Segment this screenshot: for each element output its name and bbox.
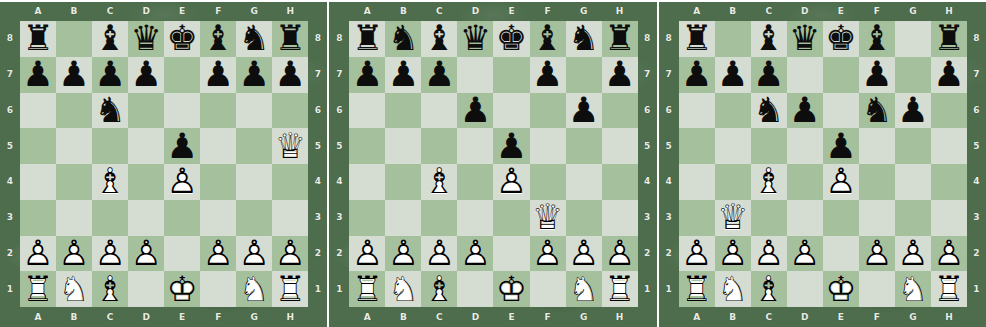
black-piece-glyph: ♛ — [789, 21, 820, 56]
square-b6[interactable] — [715, 93, 751, 129]
file-label-e-top: E — [823, 2, 859, 21]
square-e6[interactable] — [164, 93, 200, 129]
white-pawn-piece: ♟♙ — [94, 236, 125, 271]
square-b1[interactable]: ♞♘ — [715, 271, 751, 307]
square-d7[interactable] — [457, 57, 493, 93]
black-pawn-piece: ♟ — [825, 129, 856, 164]
square-f2[interactable]: ♟♙ — [200, 236, 236, 272]
file-label-f-bottom: F — [859, 307, 895, 327]
square-d5[interactable] — [128, 128, 164, 164]
square-g8[interactable]: ♞ — [566, 21, 602, 57]
square-g6[interactable]: ♟ — [895, 93, 931, 129]
square-f7[interactable]: ♟ — [859, 57, 895, 93]
board-1: ABCDEFGH8♜♝♛♚♝♞♜87♟♟♟♟♟♟♟76♞65♟♛♕54♝♗♟♙4… — [0, 2, 327, 327]
square-d2[interactable]: ♟♙ — [128, 236, 164, 272]
square-c6[interactable]: ♞ — [92, 93, 128, 129]
square-f8[interactable]: ♝ — [200, 21, 236, 57]
square-g4[interactable] — [236, 164, 272, 200]
square-h5[interactable]: ♛♕ — [272, 128, 308, 164]
square-e8[interactable]: ♚ — [164, 21, 200, 57]
white-pawn-piece: ♟♙ — [130, 236, 161, 271]
black-knight-piece: ♞ — [753, 93, 784, 128]
square-e1[interactable]: ♚♔ — [493, 271, 529, 307]
square-f1[interactable] — [200, 271, 236, 307]
square-d8[interactable]: ♛ — [787, 21, 823, 57]
square-a6[interactable] — [349, 93, 385, 129]
white-pawn-piece: ♟♙ — [239, 236, 270, 271]
square-a1[interactable]: ♜♖ — [349, 271, 385, 307]
square-h8[interactable]: ♜ — [931, 21, 967, 57]
white-bishop-piece: ♝♗ — [424, 272, 455, 307]
square-f6[interactable]: ♞ — [859, 93, 895, 129]
rank-label-1-right: 1 — [967, 271, 986, 307]
square-g3[interactable] — [236, 200, 272, 236]
white-pawn-piece: ♟♙ — [275, 236, 306, 271]
square-e1[interactable]: ♚♔ — [823, 271, 859, 307]
square-a7[interactable]: ♟ — [349, 57, 385, 93]
rank-label-2-left: 2 — [329, 236, 349, 272]
square-h3[interactable] — [931, 200, 967, 236]
white-rook-piece: ♜♖ — [681, 272, 712, 307]
square-b4[interactable] — [385, 164, 421, 200]
square-f5[interactable] — [859, 128, 895, 164]
square-c5[interactable] — [751, 128, 787, 164]
black-knight-piece: ♞ — [239, 21, 270, 56]
file-label-d-top: D — [128, 2, 164, 21]
square-a6[interactable] — [20, 93, 56, 129]
square-e2[interactable] — [164, 236, 200, 272]
black-piece-glyph: ♚ — [825, 21, 856, 56]
square-b2[interactable]: ♟♙ — [56, 236, 92, 272]
square-g8[interactable]: ♞ — [236, 21, 272, 57]
white-rook-piece: ♜♖ — [352, 272, 383, 307]
square-c4[interactable]: ♝♗ — [92, 164, 128, 200]
square-e1[interactable]: ♚♔ — [164, 271, 200, 307]
square-g3[interactable] — [566, 200, 602, 236]
square-f7[interactable]: ♟ — [530, 57, 566, 93]
square-e5[interactable]: ♟ — [164, 128, 200, 164]
white-piece-outline-glyph: ♔ — [166, 272, 197, 307]
file-label-b-top: B — [56, 2, 92, 21]
square-c7[interactable]: ♟ — [751, 57, 787, 93]
square-a1[interactable]: ♜♖ — [679, 271, 715, 307]
square-h3[interactable] — [602, 200, 638, 236]
black-piece-glyph: ♟ — [568, 93, 599, 128]
square-b1[interactable]: ♞♘ — [56, 271, 92, 307]
rank-label-4-left: 4 — [0, 164, 20, 200]
square-e5[interactable]: ♟ — [823, 128, 859, 164]
square-d3[interactable] — [787, 200, 823, 236]
square-f4[interactable] — [530, 164, 566, 200]
frame-corner — [638, 307, 657, 327]
square-e2[interactable] — [493, 236, 529, 272]
square-b5[interactable] — [715, 128, 751, 164]
white-piece-outline-glyph: ♘ — [58, 272, 89, 307]
square-d1[interactable] — [787, 271, 823, 307]
file-label-d-bottom: D — [128, 307, 164, 327]
frame-corner — [967, 307, 986, 327]
square-h2[interactable]: ♟♙ — [931, 236, 967, 272]
black-piece-glyph: ♟ — [94, 57, 125, 92]
square-e6[interactable] — [823, 93, 859, 129]
black-piece-glyph: ♜ — [275, 21, 306, 56]
black-piece-glyph: ♟ — [789, 93, 820, 128]
square-b3[interactable]: ♛♕ — [715, 200, 751, 236]
white-king-piece: ♚♔ — [166, 272, 197, 307]
square-g1[interactable]: ♞♘ — [236, 271, 272, 307]
square-c7[interactable]: ♟ — [421, 57, 457, 93]
white-piece-outline-glyph: ♙ — [681, 236, 712, 271]
square-c3[interactable] — [421, 200, 457, 236]
square-d7[interactable]: ♟ — [128, 57, 164, 93]
square-d3[interactable] — [128, 200, 164, 236]
white-knight-piece: ♞♘ — [897, 272, 928, 307]
square-c1[interactable]: ♝♗ — [421, 271, 457, 307]
square-b5[interactable] — [385, 128, 421, 164]
square-f1[interactable] — [859, 271, 895, 307]
rank-label-7-right: 7 — [308, 57, 327, 93]
square-h1[interactable]: ♜♖ — [272, 271, 308, 307]
white-piece-outline-glyph: ♙ — [568, 236, 599, 271]
square-a2[interactable]: ♟♙ — [20, 236, 56, 272]
white-queen-piece: ♛♕ — [717, 200, 748, 235]
board-2: ABCDEFGH8♜♞♝♛♚♝♞♜87♟♟♟♟♟76♟♟65♟54♝♗♟♙43♛… — [329, 2, 656, 327]
square-g8[interactable] — [895, 21, 931, 57]
black-pawn-piece: ♟ — [239, 57, 270, 92]
rank-label-8-right: 8 — [638, 21, 657, 57]
rank-label-5-left: 5 — [659, 128, 679, 164]
square-g7[interactable] — [895, 57, 931, 93]
square-h4[interactable] — [602, 164, 638, 200]
rank-label-2-right: 2 — [308, 236, 327, 272]
square-h7[interactable]: ♟ — [602, 57, 638, 93]
square-a5[interactable] — [349, 128, 385, 164]
square-e7[interactable] — [823, 57, 859, 93]
square-e7[interactable] — [164, 57, 200, 93]
square-h5[interactable] — [931, 128, 967, 164]
file-label-a-top: A — [349, 2, 385, 21]
black-king-piece: ♚ — [496, 21, 527, 56]
square-b1[interactable]: ♞♘ — [385, 271, 421, 307]
square-h7[interactable]: ♟ — [272, 57, 308, 93]
square-g3[interactable] — [895, 200, 931, 236]
square-c6[interactable]: ♞ — [751, 93, 787, 129]
black-piece-glyph: ♟ — [861, 57, 892, 92]
square-a1[interactable]: ♜♖ — [20, 271, 56, 307]
square-a7[interactable]: ♟ — [679, 57, 715, 93]
white-piece-outline-glyph: ♙ — [789, 236, 820, 271]
square-a3[interactable] — [20, 200, 56, 236]
square-e3[interactable] — [164, 200, 200, 236]
square-g4[interactable] — [566, 164, 602, 200]
square-b6[interactable] — [385, 93, 421, 129]
square-f4[interactable] — [200, 164, 236, 200]
square-h8[interactable]: ♜ — [602, 21, 638, 57]
square-d4[interactable] — [128, 164, 164, 200]
square-f3[interactable]: ♛♕ — [530, 200, 566, 236]
white-piece-outline-glyph: ♖ — [681, 272, 712, 307]
square-b8[interactable] — [715, 21, 751, 57]
square-a5[interactable] — [20, 128, 56, 164]
square-h3[interactable] — [272, 200, 308, 236]
white-piece-outline-glyph: ♙ — [604, 236, 635, 271]
square-a7[interactable]: ♟ — [20, 57, 56, 93]
board-3: ABCDEFGH8♜♝♛♚♝♜87♟♟♟♟♟76♞♟♞♟65♟54♝♗♟♙43♛… — [659, 2, 986, 327]
square-b6[interactable] — [56, 93, 92, 129]
file-label-a-bottom: A — [20, 307, 56, 327]
black-piece-glyph: ♟ — [424, 57, 455, 92]
square-f5[interactable] — [530, 128, 566, 164]
white-piece-outline-glyph: ♙ — [130, 236, 161, 271]
square-e4[interactable]: ♟♙ — [493, 164, 529, 200]
white-pawn-piece: ♟♙ — [604, 236, 635, 271]
square-f4[interactable] — [859, 164, 895, 200]
square-f3[interactable] — [859, 200, 895, 236]
black-pawn-piece: ♟ — [681, 57, 712, 92]
square-d5[interactable] — [787, 128, 823, 164]
square-g2[interactable]: ♟♙ — [236, 236, 272, 272]
square-a4[interactable] — [349, 164, 385, 200]
square-h6[interactable] — [602, 93, 638, 129]
square-h6[interactable] — [272, 93, 308, 129]
white-pawn-piece: ♟♙ — [352, 236, 383, 271]
black-pawn-piece: ♟ — [352, 57, 383, 92]
square-b4[interactable] — [56, 164, 92, 200]
white-bishop-piece: ♝♗ — [753, 164, 784, 199]
square-f2[interactable]: ♟♙ — [530, 236, 566, 272]
white-piece-outline-glyph: ♙ — [275, 236, 306, 271]
square-g1[interactable]: ♞♘ — [566, 271, 602, 307]
black-piece-glyph: ♝ — [861, 21, 892, 56]
black-piece-glyph: ♞ — [388, 21, 419, 56]
white-pawn-piece: ♟♙ — [717, 236, 748, 271]
square-h4[interactable] — [931, 164, 967, 200]
white-pawn-piece: ♟♙ — [388, 236, 419, 271]
square-d8[interactable]: ♛ — [128, 21, 164, 57]
square-c2[interactable]: ♟♙ — [92, 236, 128, 272]
rank-label-6-left: 6 — [659, 93, 679, 129]
square-d8[interactable]: ♛ — [457, 21, 493, 57]
square-d1[interactable] — [128, 271, 164, 307]
white-piece-outline-glyph: ♙ — [352, 236, 383, 271]
square-b8[interactable] — [56, 21, 92, 57]
frame-corner — [659, 2, 679, 21]
square-c5[interactable] — [92, 128, 128, 164]
white-piece-outline-glyph: ♗ — [94, 272, 125, 307]
square-h2[interactable]: ♟♙ — [602, 236, 638, 272]
rank-label-2-left: 2 — [0, 236, 20, 272]
rank-label-8-left: 8 — [659, 21, 679, 57]
square-g2[interactable]: ♟♙ — [895, 236, 931, 272]
black-bishop-piece: ♝ — [532, 21, 563, 56]
square-d4[interactable] — [787, 164, 823, 200]
black-pawn-piece: ♟ — [166, 129, 197, 164]
rank-label-6-right: 6 — [308, 93, 327, 129]
black-piece-glyph: ♞ — [753, 93, 784, 128]
square-f6[interactable] — [530, 93, 566, 129]
white-piece-outline-glyph: ♙ — [424, 236, 455, 271]
square-f1[interactable] — [530, 271, 566, 307]
square-a2[interactable]: ♟♙ — [349, 236, 385, 272]
frame-corner — [329, 307, 349, 327]
square-h1[interactable]: ♜♖ — [931, 271, 967, 307]
square-h5[interactable] — [602, 128, 638, 164]
square-c8[interactable]: ♝ — [421, 21, 457, 57]
square-a3[interactable] — [679, 200, 715, 236]
square-h7[interactable]: ♟ — [931, 57, 967, 93]
square-e5[interactable]: ♟ — [493, 128, 529, 164]
square-e7[interactable] — [493, 57, 529, 93]
rank-label-6-left: 6 — [0, 93, 20, 129]
file-label-h-top: H — [931, 2, 967, 21]
square-c1[interactable]: ♝♗ — [92, 271, 128, 307]
square-a8[interactable]: ♜ — [20, 21, 56, 57]
square-b7[interactable]: ♟ — [715, 57, 751, 93]
file-label-d-top: D — [787, 2, 823, 21]
square-e4[interactable]: ♟♙ — [164, 164, 200, 200]
rank-label-7-left: 7 — [329, 57, 349, 93]
square-f7[interactable]: ♟ — [200, 57, 236, 93]
rank-label-1-left: 1 — [0, 271, 20, 307]
square-c7[interactable]: ♟ — [92, 57, 128, 93]
square-b7[interactable]: ♟ — [56, 57, 92, 93]
square-e2[interactable] — [823, 236, 859, 272]
square-c8[interactable]: ♝ — [92, 21, 128, 57]
square-c2[interactable]: ♟♙ — [751, 236, 787, 272]
file-label-b-top: B — [385, 2, 421, 21]
square-d1[interactable] — [457, 271, 493, 307]
white-piece-outline-glyph: ♙ — [388, 236, 419, 271]
white-rook-piece: ♜♖ — [933, 272, 964, 307]
square-d7[interactable] — [787, 57, 823, 93]
square-f5[interactable] — [200, 128, 236, 164]
file-label-g-bottom: G — [895, 307, 931, 327]
file-label-g-bottom: G — [236, 307, 272, 327]
square-h1[interactable]: ♜♖ — [602, 271, 638, 307]
square-g4[interactable] — [895, 164, 931, 200]
black-piece-glyph: ♝ — [424, 21, 455, 56]
black-piece-glyph: ♟ — [388, 57, 419, 92]
square-a8[interactable]: ♜ — [679, 21, 715, 57]
square-f2[interactable]: ♟♙ — [859, 236, 895, 272]
square-d6[interactable] — [128, 93, 164, 129]
square-g5[interactable] — [566, 128, 602, 164]
rank-label-3-left: 3 — [329, 200, 349, 236]
square-g6[interactable] — [236, 93, 272, 129]
square-e6[interactable] — [493, 93, 529, 129]
square-f8[interactable]: ♝ — [530, 21, 566, 57]
square-f8[interactable]: ♝ — [859, 21, 895, 57]
square-d2[interactable]: ♟♙ — [457, 236, 493, 272]
square-h6[interactable] — [931, 93, 967, 129]
black-piece-glyph: ♚ — [496, 21, 527, 56]
square-g7[interactable] — [566, 57, 602, 93]
square-g2[interactable]: ♟♙ — [566, 236, 602, 272]
square-b8[interactable]: ♞ — [385, 21, 421, 57]
square-a6[interactable] — [679, 93, 715, 129]
square-f6[interactable] — [200, 93, 236, 129]
square-g5[interactable] — [895, 128, 931, 164]
square-g6[interactable]: ♟ — [566, 93, 602, 129]
square-a2[interactable]: ♟♙ — [679, 236, 715, 272]
square-b2[interactable]: ♟♙ — [385, 236, 421, 272]
square-e4[interactable]: ♟♙ — [823, 164, 859, 200]
square-e8[interactable]: ♚ — [823, 21, 859, 57]
square-c1[interactable]: ♝♗ — [751, 271, 787, 307]
square-d6[interactable]: ♟ — [787, 93, 823, 129]
file-label-d-bottom: D — [457, 307, 493, 327]
square-e3[interactable] — [823, 200, 859, 236]
white-piece-outline-glyph: ♗ — [753, 164, 784, 199]
square-c8[interactable]: ♝ — [751, 21, 787, 57]
square-c4[interactable]: ♝♗ — [421, 164, 457, 200]
square-g1[interactable]: ♞♘ — [895, 271, 931, 307]
rank-label-2-right: 2 — [967, 236, 986, 272]
square-c3[interactable] — [92, 200, 128, 236]
square-h8[interactable]: ♜ — [272, 21, 308, 57]
square-c3[interactable] — [751, 200, 787, 236]
square-d2[interactable]: ♟♙ — [787, 236, 823, 272]
file-label-e-top: E — [164, 2, 200, 21]
square-d5[interactable] — [457, 128, 493, 164]
file-label-e-top: E — [493, 2, 529, 21]
square-c2[interactable]: ♟♙ — [421, 236, 457, 272]
square-d6[interactable]: ♟ — [457, 93, 493, 129]
white-queen-piece: ♛♕ — [532, 200, 563, 235]
white-piece-outline-glyph: ♕ — [532, 200, 563, 235]
square-d3[interactable] — [457, 200, 493, 236]
white-pawn-piece: ♟♙ — [460, 236, 491, 271]
rank-label-1-left: 1 — [329, 271, 349, 307]
square-a8[interactable]: ♜ — [349, 21, 385, 57]
square-e3[interactable] — [493, 200, 529, 236]
square-c4[interactable]: ♝♗ — [751, 164, 787, 200]
file-label-h-bottom: H — [931, 307, 967, 327]
rank-label-1-right: 1 — [308, 271, 327, 307]
square-d4[interactable] — [457, 164, 493, 200]
rank-label-4-left: 4 — [659, 164, 679, 200]
square-b5[interactable] — [56, 128, 92, 164]
white-pawn-piece: ♟♙ — [58, 236, 89, 271]
file-label-g-top: G — [566, 2, 602, 21]
square-c6[interactable] — [421, 93, 457, 129]
square-h2[interactable]: ♟♙ — [272, 236, 308, 272]
square-e8[interactable]: ♚ — [493, 21, 529, 57]
square-b3[interactable] — [385, 200, 421, 236]
square-g7[interactable]: ♟ — [236, 57, 272, 93]
square-c5[interactable] — [421, 128, 457, 164]
square-b3[interactable] — [56, 200, 92, 236]
square-b2[interactable]: ♟♙ — [715, 236, 751, 272]
rank-label-3-left: 3 — [659, 200, 679, 236]
square-a5[interactable] — [679, 128, 715, 164]
square-a4[interactable] — [20, 164, 56, 200]
file-label-a-top: A — [679, 2, 715, 21]
square-h4[interactable] — [272, 164, 308, 200]
rank-label-7-right: 7 — [638, 57, 657, 93]
square-b4[interactable] — [715, 164, 751, 200]
rank-label-2-right: 2 — [638, 236, 657, 272]
square-b7[interactable]: ♟ — [385, 57, 421, 93]
white-piece-outline-glyph: ♔ — [825, 272, 856, 307]
square-a4[interactable] — [679, 164, 715, 200]
white-piece-outline-glyph: ♙ — [94, 236, 125, 271]
square-f3[interactable] — [200, 200, 236, 236]
file-label-c-top: C — [751, 2, 787, 21]
square-a3[interactable] — [349, 200, 385, 236]
file-label-f-top: F — [200, 2, 236, 21]
square-g5[interactable] — [236, 128, 272, 164]
